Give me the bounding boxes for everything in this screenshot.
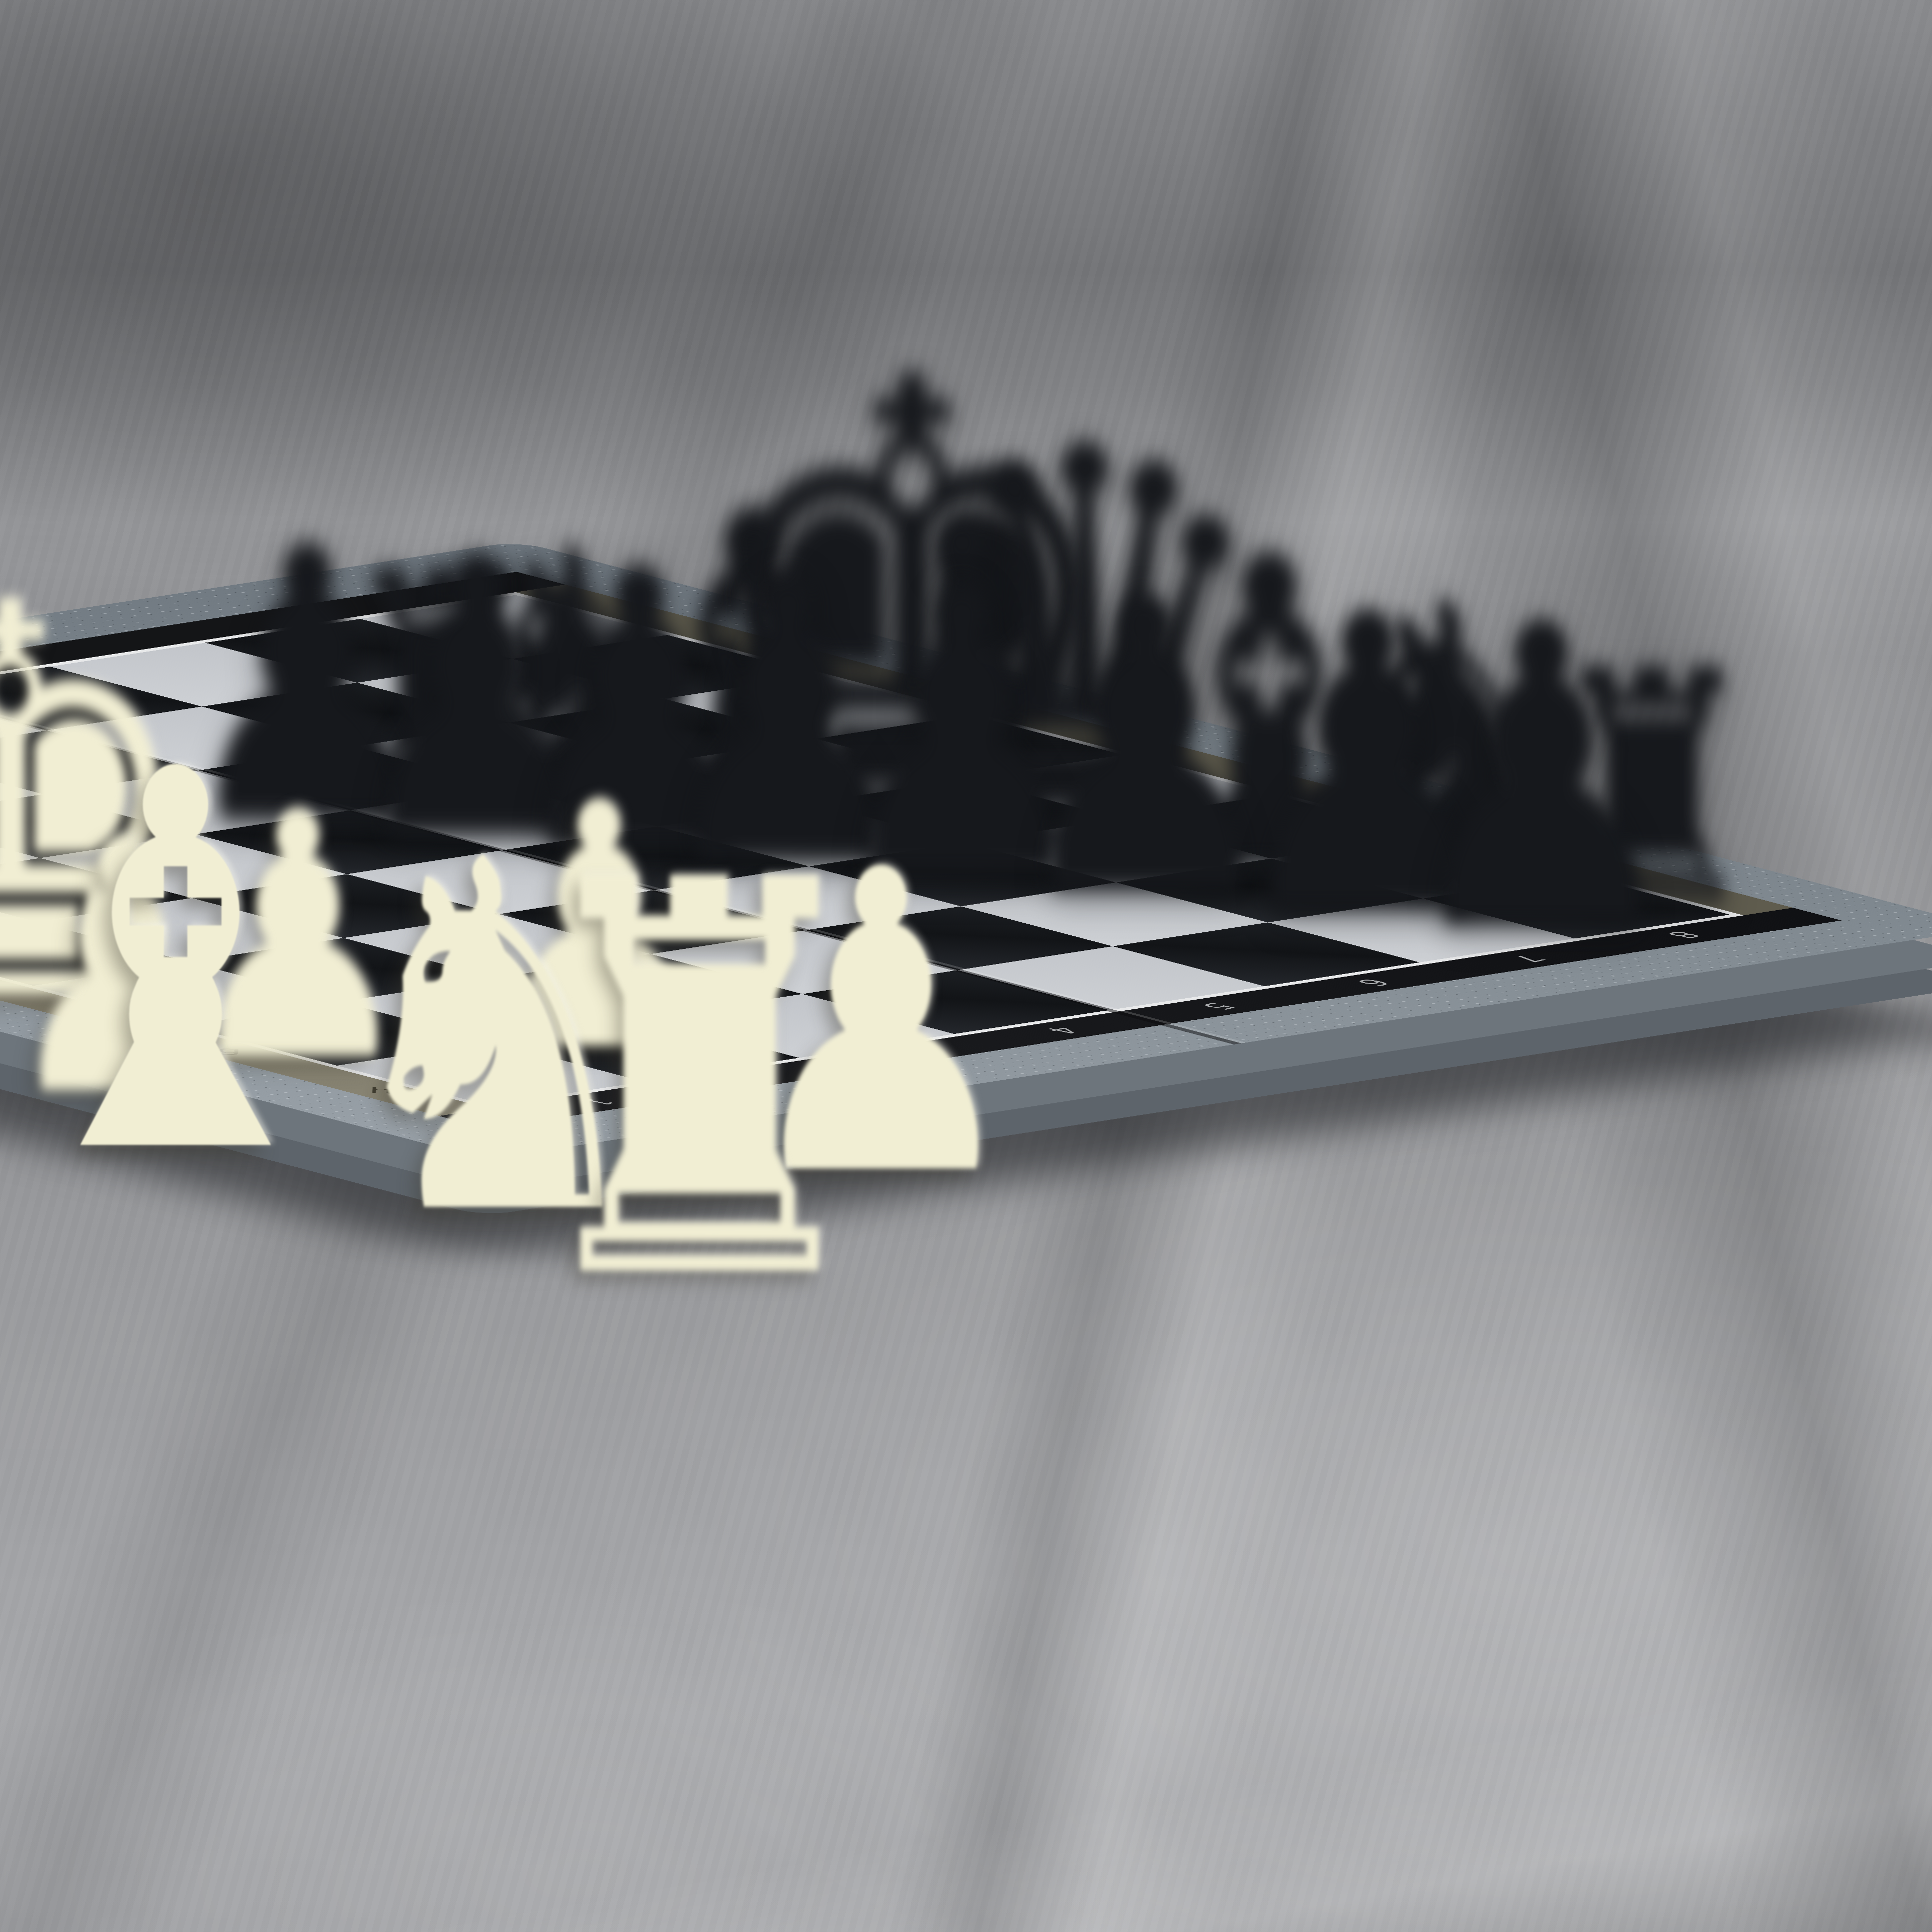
pieces-layer: ♜♞♝♚♛♝♞♜♟♟♟♟♟♟♟♟♚♟♟♟♝♞♟♜ [0, 0, 1932, 1932]
white-bishop-f1[interactable]: ♝ [0, 704, 358, 1226]
black-pawn-h7[interactable]: ♟ [1397, 572, 1687, 987]
photo-stage: hgfedcba 12345678 ♜♞♝♚♛♝♞♜♟♟♟♟♟♟♟♟♚♟♟♟♝♞… [0, 0, 1932, 1932]
white-rook-h1[interactable]: ♜ [510, 813, 889, 1353]
